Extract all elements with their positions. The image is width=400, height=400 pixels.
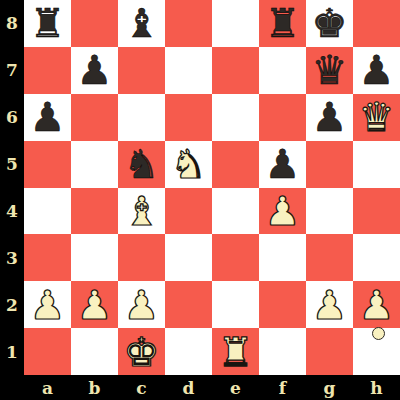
file-label-g: g	[306, 375, 353, 400]
rank-label-5: 5	[0, 141, 24, 188]
piece-white-pawn[interactable]: ♟	[24, 281, 71, 328]
square-b2[interactable]: ♟	[71, 281, 118, 328]
square-f3[interactable]	[259, 234, 306, 281]
rank-label-1: 1	[0, 328, 24, 375]
piece-black-king[interactable]: ♚	[306, 0, 353, 47]
piece-white-pawn[interactable]: ♟	[259, 188, 306, 235]
square-c2[interactable]: ♟	[118, 281, 165, 328]
piece-black-knight[interactable]: ♞	[118, 141, 165, 188]
square-f1[interactable]	[259, 328, 306, 375]
piece-black-rook[interactable]: ♜	[24, 0, 71, 47]
square-e5[interactable]	[212, 141, 259, 188]
square-d1[interactable]	[165, 328, 212, 375]
chessboard-frame: 87654321 ♜♝♜♚♟♛♟♟♟♛♞♞♟♝♟♟♟♟♟♟♚♜ abcdefgh	[0, 0, 400, 400]
square-e8[interactable]	[212, 0, 259, 47]
square-f5[interactable]: ♟	[259, 141, 306, 188]
square-c3[interactable]	[118, 234, 165, 281]
file-label-e: e	[212, 375, 259, 400]
rank-label-2: 2	[0, 281, 24, 328]
file-label-c: c	[118, 375, 165, 400]
square-h2[interactable]: ♟	[353, 281, 400, 328]
file-label-d: d	[165, 375, 212, 400]
rank-labels: 87654321	[0, 0, 24, 375]
piece-black-pawn[interactable]: ♟	[306, 94, 353, 141]
piece-white-pawn[interactable]: ♟	[71, 281, 118, 328]
square-d3[interactable]	[165, 234, 212, 281]
square-d2[interactable]	[165, 281, 212, 328]
piece-black-pawn[interactable]: ♟	[71, 47, 118, 94]
square-c8[interactable]: ♝	[118, 0, 165, 47]
piece-black-bishop[interactable]: ♝	[118, 0, 165, 47]
square-c1[interactable]: ♚	[118, 328, 165, 375]
square-g1[interactable]	[306, 328, 353, 375]
rank-label-6: 6	[0, 94, 24, 141]
square-c4[interactable]: ♝	[118, 188, 165, 235]
square-h4[interactable]	[353, 188, 400, 235]
square-b8[interactable]	[71, 0, 118, 47]
square-g6[interactable]: ♟	[306, 94, 353, 141]
piece-white-pawn[interactable]: ♟	[118, 281, 165, 328]
square-e3[interactable]	[212, 234, 259, 281]
square-c5[interactable]: ♞	[118, 141, 165, 188]
piece-white-king[interactable]: ♚	[118, 328, 165, 375]
square-c7[interactable]	[118, 47, 165, 94]
square-f4[interactable]: ♟	[259, 188, 306, 235]
square-g2[interactable]: ♟	[306, 281, 353, 328]
square-b4[interactable]	[71, 188, 118, 235]
square-g3[interactable]	[306, 234, 353, 281]
square-h5[interactable]	[353, 141, 400, 188]
square-g4[interactable]	[306, 188, 353, 235]
file-label-h: h	[353, 375, 400, 400]
file-label-b: b	[71, 375, 118, 400]
piece-black-queen[interactable]: ♛	[306, 47, 353, 94]
square-a3[interactable]	[24, 234, 71, 281]
square-e1[interactable]: ♜	[212, 328, 259, 375]
square-h8[interactable]	[353, 0, 400, 47]
square-d7[interactable]	[165, 47, 212, 94]
square-b5[interactable]	[71, 141, 118, 188]
piece-white-knight[interactable]: ♞	[165, 141, 212, 188]
square-c6[interactable]	[118, 94, 165, 141]
square-g8[interactable]: ♚	[306, 0, 353, 47]
white-to-move-indicator	[372, 327, 385, 340]
piece-white-pawn[interactable]: ♟	[306, 281, 353, 328]
square-g5[interactable]	[306, 141, 353, 188]
square-h7[interactable]: ♟	[353, 47, 400, 94]
square-a8[interactable]: ♜	[24, 0, 71, 47]
square-a7[interactable]	[24, 47, 71, 94]
square-a2[interactable]: ♟	[24, 281, 71, 328]
square-h6[interactable]: ♛	[353, 94, 400, 141]
square-f2[interactable]	[259, 281, 306, 328]
square-b1[interactable]	[71, 328, 118, 375]
piece-black-rook[interactable]: ♜	[259, 0, 306, 47]
file-labels: abcdefgh	[24, 375, 400, 400]
square-e2[interactable]	[212, 281, 259, 328]
square-h3[interactable]	[353, 234, 400, 281]
square-b7[interactable]: ♟	[71, 47, 118, 94]
square-a5[interactable]	[24, 141, 71, 188]
square-e6[interactable]	[212, 94, 259, 141]
square-a4[interactable]	[24, 188, 71, 235]
square-f6[interactable]	[259, 94, 306, 141]
piece-black-pawn[interactable]: ♟	[24, 94, 71, 141]
square-e4[interactable]	[212, 188, 259, 235]
piece-white-rook[interactable]: ♜	[212, 328, 259, 375]
square-g7[interactable]: ♛	[306, 47, 353, 94]
file-label-a: a	[24, 375, 71, 400]
piece-white-pawn[interactable]: ♟	[353, 281, 400, 328]
square-e7[interactable]	[212, 47, 259, 94]
piece-black-pawn[interactable]: ♟	[259, 141, 306, 188]
square-b6[interactable]	[71, 94, 118, 141]
square-f8[interactable]: ♜	[259, 0, 306, 47]
square-f7[interactable]	[259, 47, 306, 94]
square-d4[interactable]	[165, 188, 212, 235]
piece-black-pawn[interactable]: ♟	[353, 47, 400, 94]
chessboard: ♜♝♜♚♟♛♟♟♟♛♞♞♟♝♟♟♟♟♟♟♚♜	[24, 0, 400, 375]
file-label-f: f	[259, 375, 306, 400]
square-a6[interactable]: ♟	[24, 94, 71, 141]
rank-label-8: 8	[0, 0, 24, 47]
square-d6[interactable]	[165, 94, 212, 141]
rank-label-7: 7	[0, 47, 24, 94]
rank-label-3: 3	[0, 234, 24, 281]
rank-label-4: 4	[0, 188, 24, 235]
piece-white-queen[interactable]: ♛	[353, 94, 400, 141]
square-d5[interactable]: ♞	[165, 141, 212, 188]
square-d8[interactable]	[165, 0, 212, 47]
square-a1[interactable]	[24, 328, 71, 375]
piece-white-bishop[interactable]: ♝	[118, 188, 165, 235]
square-b3[interactable]	[71, 234, 118, 281]
